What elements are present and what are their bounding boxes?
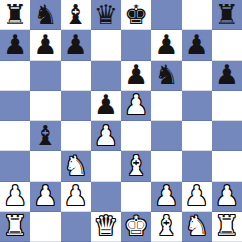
- square-a8[interactable]: ♜: [0, 0, 30, 30]
- square-d7[interactable]: [91, 30, 121, 60]
- square-a1[interactable]: ♜: [0, 212, 30, 242]
- square-b2[interactable]: ♟: [30, 182, 60, 212]
- piece-white-pawn[interactable]: ♟: [154, 182, 178, 209]
- square-f3[interactable]: [151, 151, 181, 181]
- square-d3[interactable]: [91, 151, 121, 181]
- square-d2[interactable]: [91, 182, 121, 212]
- piece-black-knight[interactable]: ♞: [33, 1, 57, 28]
- square-h1[interactable]: ♜: [212, 212, 242, 242]
- piece-black-rook[interactable]: ♜: [3, 1, 27, 28]
- square-a2[interactable]: ♟: [0, 182, 30, 212]
- square-b6[interactable]: [30, 61, 60, 91]
- square-a3[interactable]: [0, 151, 30, 181]
- square-g3[interactable]: [182, 151, 212, 181]
- piece-black-pawn[interactable]: ♟: [64, 31, 88, 58]
- piece-white-bishop[interactable]: ♝: [124, 152, 148, 179]
- piece-black-pawn[interactable]: ♟: [215, 61, 239, 88]
- piece-black-rook[interactable]: ♜: [215, 1, 239, 28]
- piece-white-queen[interactable]: ♛: [94, 212, 118, 239]
- square-d4[interactable]: ♟: [91, 121, 121, 151]
- square-f1[interactable]: ♝: [151, 212, 181, 242]
- square-a7[interactable]: ♟: [0, 30, 30, 60]
- square-e7[interactable]: [121, 30, 151, 60]
- piece-white-knight[interactable]: ♞: [185, 212, 209, 239]
- piece-black-pawn[interactable]: ♟: [94, 91, 118, 118]
- piece-white-pawn[interactable]: ♟: [64, 182, 88, 209]
- piece-white-pawn[interactable]: ♟: [3, 182, 27, 209]
- square-b5[interactable]: [30, 91, 60, 121]
- piece-white-knight[interactable]: ♞: [64, 152, 88, 179]
- square-h6[interactable]: ♟: [212, 61, 242, 91]
- square-g4[interactable]: [182, 121, 212, 151]
- square-e8[interactable]: ♚: [121, 0, 151, 30]
- square-a6[interactable]: [0, 61, 30, 91]
- square-e5[interactable]: ♟: [121, 91, 151, 121]
- square-d6[interactable]: [91, 61, 121, 91]
- square-h7[interactable]: [212, 30, 242, 60]
- square-c4[interactable]: [61, 121, 91, 151]
- piece-white-pawn[interactable]: ♟: [185, 182, 209, 209]
- square-e3[interactable]: ♝: [121, 151, 151, 181]
- square-b4[interactable]: ♝: [30, 121, 60, 151]
- square-h3[interactable]: [212, 151, 242, 181]
- square-e2[interactable]: [121, 182, 151, 212]
- piece-black-pawn[interactable]: ♟: [124, 61, 148, 88]
- square-g6[interactable]: [182, 61, 212, 91]
- chess-board: ♜♞♝♛♚♜♟♟♟♟♟♟♞♟♟♟♝♟♞♝♟♟♟♟♟♟♜♛♚♝♞♜: [0, 0, 242, 242]
- square-h4[interactable]: [212, 121, 242, 151]
- piece-black-pawn[interactable]: ♟: [33, 31, 57, 58]
- square-g1[interactable]: ♞: [182, 212, 212, 242]
- piece-white-king[interactable]: ♚: [124, 212, 148, 239]
- piece-white-rook[interactable]: ♜: [3, 212, 27, 239]
- piece-black-pawn[interactable]: ♟: [185, 31, 209, 58]
- square-h5[interactable]: [212, 91, 242, 121]
- piece-black-bishop[interactable]: ♝: [33, 122, 57, 149]
- piece-black-queen[interactable]: ♛: [94, 1, 118, 28]
- square-g7[interactable]: ♟: [182, 30, 212, 60]
- piece-white-pawn[interactable]: ♟: [94, 122, 118, 149]
- piece-white-pawn[interactable]: ♟: [215, 182, 239, 209]
- piece-white-pawn[interactable]: ♟: [124, 91, 148, 118]
- piece-black-knight[interactable]: ♞: [154, 61, 178, 88]
- square-c1[interactable]: [61, 212, 91, 242]
- piece-black-pawn[interactable]: ♟: [3, 31, 27, 58]
- square-b3[interactable]: [30, 151, 60, 181]
- square-c2[interactable]: ♟: [61, 182, 91, 212]
- square-h8[interactable]: ♜: [212, 0, 242, 30]
- square-f7[interactable]: ♟: [151, 30, 181, 60]
- piece-black-pawn[interactable]: ♟: [154, 31, 178, 58]
- piece-white-pawn[interactable]: ♟: [33, 182, 57, 209]
- square-g8[interactable]: [182, 0, 212, 30]
- square-c7[interactable]: ♟: [61, 30, 91, 60]
- square-f2[interactable]: ♟: [151, 182, 181, 212]
- piece-black-bishop[interactable]: ♝: [64, 1, 88, 28]
- square-c8[interactable]: ♝: [61, 0, 91, 30]
- square-a4[interactable]: [0, 121, 30, 151]
- piece-white-bishop[interactable]: ♝: [154, 212, 178, 239]
- square-d8[interactable]: ♛: [91, 0, 121, 30]
- square-e4[interactable]: [121, 121, 151, 151]
- square-e1[interactable]: ♚: [121, 212, 151, 242]
- piece-white-rook[interactable]: ♜: [215, 212, 239, 239]
- square-c6[interactable]: [61, 61, 91, 91]
- square-f4[interactable]: [151, 121, 181, 151]
- piece-black-king[interactable]: ♚: [124, 1, 148, 28]
- square-h2[interactable]: ♟: [212, 182, 242, 212]
- square-b8[interactable]: ♞: [30, 0, 60, 30]
- square-g5[interactable]: [182, 91, 212, 121]
- square-b7[interactable]: ♟: [30, 30, 60, 60]
- square-f5[interactable]: [151, 91, 181, 121]
- square-a5[interactable]: [0, 91, 30, 121]
- square-d1[interactable]: ♛: [91, 212, 121, 242]
- square-d5[interactable]: ♟: [91, 91, 121, 121]
- square-e6[interactable]: ♟: [121, 61, 151, 91]
- square-f6[interactable]: ♞: [151, 61, 181, 91]
- square-b1[interactable]: [30, 212, 60, 242]
- square-c3[interactable]: ♞: [61, 151, 91, 181]
- square-g2[interactable]: ♟: [182, 182, 212, 212]
- square-c5[interactable]: [61, 91, 91, 121]
- square-f8[interactable]: [151, 0, 181, 30]
